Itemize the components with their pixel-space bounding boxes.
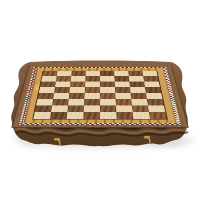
mosaic-inlay-border (19, 67, 181, 125)
board-cell (84, 105, 100, 112)
board-top-surface (11, 65, 189, 128)
amber-inlay-border (23, 68, 176, 123)
board-cell (100, 93, 116, 99)
board-cell (100, 105, 116, 112)
board-cell (85, 87, 100, 93)
board-cell (51, 105, 68, 112)
board-cell (145, 87, 161, 93)
board-cell (133, 112, 150, 119)
board-cell (50, 112, 67, 119)
board-frame-line (32, 71, 168, 120)
board-cell (100, 71, 114, 76)
board-cell (67, 105, 84, 112)
chess-board-grid (33, 71, 167, 119)
board-cell (42, 71, 57, 76)
board-cell (129, 82, 145, 88)
board-cell (114, 76, 129, 81)
product-photo (0, 0, 200, 200)
board-cell (116, 99, 132, 105)
board-cell (148, 105, 165, 112)
board-cell (132, 105, 149, 112)
board-cell (56, 76, 71, 81)
board-cell (116, 112, 133, 119)
board-cell (35, 105, 52, 112)
board-cell (116, 105, 133, 112)
board-cell (70, 82, 85, 88)
board-cell (67, 112, 84, 119)
board-cell (83, 112, 100, 119)
walnut-frame (11, 65, 189, 128)
board-cell (149, 112, 167, 119)
board-cell (33, 112, 51, 119)
board-cell (100, 112, 117, 119)
